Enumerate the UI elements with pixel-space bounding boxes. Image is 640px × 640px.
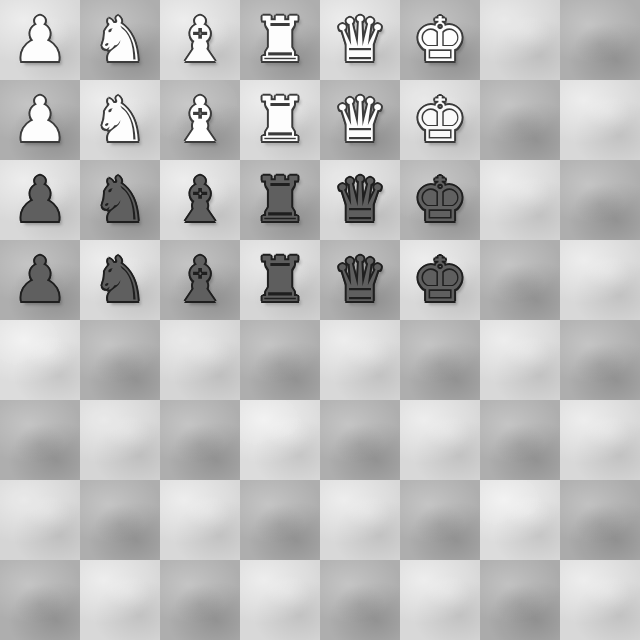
square-h5[interactable] (560, 240, 640, 320)
square-a6[interactable]: ♟ (0, 160, 80, 240)
square-c8[interactable]: ♝ (160, 0, 240, 80)
white-pawn[interactable]: ♟ (0, 80, 80, 160)
square-c2[interactable] (160, 480, 240, 560)
square-d5[interactable]: ♜ (240, 240, 320, 320)
square-f3[interactable] (400, 400, 480, 480)
square-d8[interactable]: ♜ (240, 0, 320, 80)
square-b2[interactable] (80, 480, 160, 560)
square-a2[interactable] (0, 480, 80, 560)
square-e7[interactable]: ♛ (320, 80, 400, 160)
square-h2[interactable] (560, 480, 640, 560)
square-h4[interactable] (560, 320, 640, 400)
white-knight[interactable]: ♞ (80, 80, 160, 160)
square-g5[interactable] (480, 240, 560, 320)
black-rook[interactable]: ♜ (240, 240, 320, 320)
square-f4[interactable] (400, 320, 480, 400)
square-c1[interactable] (160, 560, 240, 640)
square-d7[interactable]: ♜ (240, 80, 320, 160)
square-b4[interactable] (80, 320, 160, 400)
square-d2[interactable] (240, 480, 320, 560)
black-queen[interactable]: ♛ (320, 240, 400, 320)
square-c5[interactable]: ♝ (160, 240, 240, 320)
white-knight[interactable]: ♞ (80, 0, 160, 80)
square-g2[interactable] (480, 480, 560, 560)
square-e1[interactable] (320, 560, 400, 640)
white-bishop[interactable]: ♝ (160, 80, 240, 160)
square-c3[interactable] (160, 400, 240, 480)
square-g6[interactable] (480, 160, 560, 240)
black-rook[interactable]: ♜ (240, 160, 320, 240)
square-g8[interactable] (480, 0, 560, 80)
white-queen[interactable]: ♛ (320, 80, 400, 160)
square-f2[interactable] (400, 480, 480, 560)
white-queen[interactable]: ♛ (320, 0, 400, 80)
square-h1[interactable] (560, 560, 640, 640)
chess-board: ♟♞♝♜♛♚♟♞♝♜♛♚♟♞♝♜♛♚♟♞♝♜♛♚ (0, 0, 640, 640)
square-a8[interactable]: ♟ (0, 0, 80, 80)
black-pawn[interactable]: ♟ (0, 160, 80, 240)
square-f1[interactable] (400, 560, 480, 640)
black-bishop[interactable]: ♝ (160, 160, 240, 240)
black-knight[interactable]: ♞ (80, 160, 160, 240)
white-king[interactable]: ♚ (400, 0, 480, 80)
black-bishop[interactable]: ♝ (160, 240, 240, 320)
square-b5[interactable]: ♞ (80, 240, 160, 320)
black-king[interactable]: ♚ (400, 240, 480, 320)
white-rook[interactable]: ♜ (240, 80, 320, 160)
square-e8[interactable]: ♛ (320, 0, 400, 80)
square-g3[interactable] (480, 400, 560, 480)
square-e6[interactable]: ♛ (320, 160, 400, 240)
square-g1[interactable] (480, 560, 560, 640)
square-b6[interactable]: ♞ (80, 160, 160, 240)
white-pawn[interactable]: ♟ (0, 0, 80, 80)
square-a5[interactable]: ♟ (0, 240, 80, 320)
square-d3[interactable] (240, 400, 320, 480)
square-e4[interactable] (320, 320, 400, 400)
black-knight[interactable]: ♞ (80, 240, 160, 320)
square-b3[interactable] (80, 400, 160, 480)
square-e3[interactable] (320, 400, 400, 480)
square-b1[interactable] (80, 560, 160, 640)
square-f7[interactable]: ♚ (400, 80, 480, 160)
black-king[interactable]: ♚ (400, 160, 480, 240)
square-f8[interactable]: ♚ (400, 0, 480, 80)
square-e2[interactable] (320, 480, 400, 560)
square-g4[interactable] (480, 320, 560, 400)
square-h8[interactable] (560, 0, 640, 80)
square-d1[interactable] (240, 560, 320, 640)
square-c4[interactable] (160, 320, 240, 400)
square-a7[interactable]: ♟ (0, 80, 80, 160)
square-b8[interactable]: ♞ (80, 0, 160, 80)
square-h3[interactable] (560, 400, 640, 480)
square-a3[interactable] (0, 400, 80, 480)
square-d4[interactable] (240, 320, 320, 400)
black-queen[interactable]: ♛ (320, 160, 400, 240)
square-b7[interactable]: ♞ (80, 80, 160, 160)
square-f6[interactable]: ♚ (400, 160, 480, 240)
square-a4[interactable] (0, 320, 80, 400)
square-g7[interactable] (480, 80, 560, 160)
square-h7[interactable] (560, 80, 640, 160)
square-e5[interactable]: ♛ (320, 240, 400, 320)
white-rook[interactable]: ♜ (240, 0, 320, 80)
square-h6[interactable] (560, 160, 640, 240)
square-d6[interactable]: ♜ (240, 160, 320, 240)
square-c6[interactable]: ♝ (160, 160, 240, 240)
white-king[interactable]: ♚ (400, 80, 480, 160)
white-bishop[interactable]: ♝ (160, 0, 240, 80)
square-f5[interactable]: ♚ (400, 240, 480, 320)
square-a1[interactable] (0, 560, 80, 640)
square-c7[interactable]: ♝ (160, 80, 240, 160)
black-pawn[interactable]: ♟ (0, 240, 80, 320)
